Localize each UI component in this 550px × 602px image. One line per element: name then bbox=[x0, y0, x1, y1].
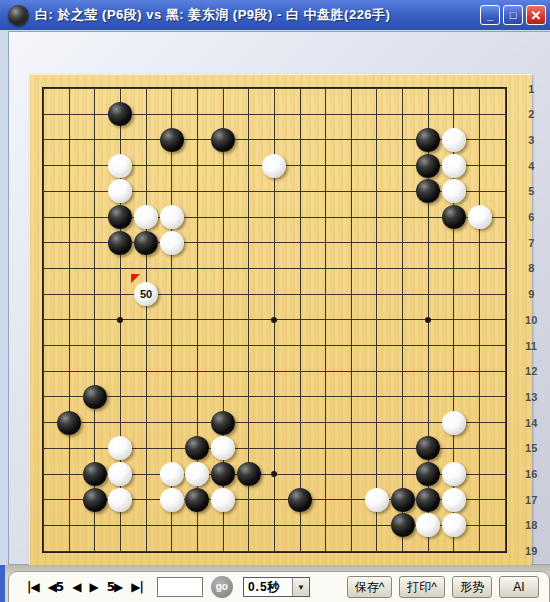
row-label-3: 3 bbox=[520, 134, 542, 146]
stone-O18[interactable] bbox=[391, 513, 415, 537]
delay-dropdown[interactable]: 0.5秒 ▼ bbox=[243, 577, 310, 597]
chevron-down-icon[interactable]: ▼ bbox=[292, 578, 309, 596]
grid-line bbox=[505, 89, 506, 552]
row-label-5: 5 bbox=[520, 185, 542, 197]
row-label-15: 15 bbox=[520, 442, 542, 454]
delay-value: 0.5秒 bbox=[244, 578, 292, 596]
row-label-12: 12 bbox=[520, 365, 542, 377]
stone-H16[interactable] bbox=[211, 462, 235, 486]
stone-Q17[interactable] bbox=[442, 488, 466, 512]
stone-H3[interactable] bbox=[211, 128, 235, 152]
row-label-13: 13 bbox=[520, 391, 542, 403]
stone-Q4[interactable] bbox=[442, 154, 466, 178]
go-board[interactable]: 50 bbox=[29, 74, 532, 578]
close-button[interactable]: ✕ bbox=[526, 5, 546, 25]
stone-F16[interactable] bbox=[160, 462, 184, 486]
row-label-18: 18 bbox=[520, 519, 542, 531]
stone-H17[interactable] bbox=[211, 488, 235, 512]
stone-I16[interactable] bbox=[237, 462, 261, 486]
row-label-14: 14 bbox=[520, 417, 542, 429]
stone-B14[interactable] bbox=[57, 411, 81, 435]
stone-E9[interactable]: 50 bbox=[134, 282, 158, 306]
command-buttons: 保存^ 打印^ 形势 AI bbox=[347, 576, 539, 598]
grid-line bbox=[44, 551, 506, 552]
stone-Q6[interactable] bbox=[442, 205, 466, 229]
stone-C13[interactable] bbox=[83, 385, 107, 409]
stone-D4[interactable] bbox=[108, 154, 132, 178]
nav-first-button[interactable]: |◀ bbox=[27, 580, 39, 594]
stone-Q16[interactable] bbox=[442, 462, 466, 486]
maximize-button[interactable]: □ bbox=[503, 5, 523, 25]
nav-back5-button[interactable]: ◀5 bbox=[48, 580, 64, 594]
stone-E7[interactable] bbox=[134, 231, 158, 255]
move-number-input[interactable] bbox=[157, 577, 203, 597]
stone-C16[interactable] bbox=[83, 462, 107, 486]
go-button[interactable]: go bbox=[211, 576, 233, 598]
board-panel: 50 ABCDEFGHIJKLMNOPQRS 12345678910111213… bbox=[8, 31, 550, 565]
row-label-16: 16 bbox=[520, 468, 542, 480]
stone-G17[interactable] bbox=[185, 488, 209, 512]
stone-K17[interactable] bbox=[288, 488, 312, 512]
row-label-17: 17 bbox=[520, 494, 542, 506]
row-label-10: 10 bbox=[520, 314, 542, 326]
stone-F17[interactable] bbox=[160, 488, 184, 512]
save-button[interactable]: 保存^ bbox=[347, 576, 393, 598]
grid-line bbox=[402, 89, 403, 552]
minimize-button[interactable]: _ bbox=[480, 5, 500, 25]
grid-line bbox=[376, 89, 377, 552]
grid-line bbox=[44, 422, 506, 423]
stone-P3[interactable] bbox=[416, 128, 440, 152]
row-label-19: 19 bbox=[520, 545, 542, 557]
ai-button[interactable]: AI bbox=[499, 576, 539, 598]
stone-D17[interactable] bbox=[108, 488, 132, 512]
stone-N17[interactable] bbox=[365, 488, 389, 512]
stone-H14[interactable] bbox=[211, 411, 235, 435]
row-label-4: 4 bbox=[520, 160, 542, 172]
stone-F6[interactable] bbox=[160, 205, 184, 229]
stone-P4[interactable] bbox=[416, 154, 440, 178]
stone-R6[interactable] bbox=[468, 205, 492, 229]
stone-D7[interactable] bbox=[108, 231, 132, 255]
row-label-7: 7 bbox=[520, 237, 542, 249]
row-label-8: 8 bbox=[520, 262, 542, 274]
nav-forward-button[interactable]: ▶ bbox=[89, 580, 97, 594]
row-label-1: 1 bbox=[520, 83, 542, 95]
stone-E6[interactable] bbox=[134, 205, 158, 229]
stone-F3[interactable] bbox=[160, 128, 184, 152]
grid-line bbox=[351, 89, 352, 552]
print-button[interactable]: 打印^ bbox=[399, 576, 445, 598]
stone-C17[interactable] bbox=[83, 488, 107, 512]
titlebar: 白: 於之莹 (P6段) vs 黑: 姜东润 (P9段) - 白 中盘胜(226… bbox=[0, 0, 550, 30]
territory-button[interactable]: 形势 bbox=[452, 576, 492, 598]
row-label-11: 11 bbox=[520, 340, 542, 352]
grid-line bbox=[44, 396, 506, 397]
toolbar: |◀ ◀5 ◀ ▶ 5▶ ▶| go 0.5秒 ▼ 保存^ 打印^ 形势 AI bbox=[8, 571, 550, 602]
grid-line bbox=[44, 371, 506, 372]
stone-P17[interactable] bbox=[416, 488, 440, 512]
row-label-2: 2 bbox=[520, 108, 542, 120]
stone-F7[interactable] bbox=[160, 231, 184, 255]
grid-line bbox=[325, 89, 326, 552]
nav-last-button[interactable]: ▶| bbox=[131, 580, 143, 594]
row-label-9: 9 bbox=[520, 288, 542, 300]
stone-O17[interactable] bbox=[391, 488, 415, 512]
grid-line bbox=[44, 345, 506, 346]
row-label-6: 6 bbox=[520, 211, 542, 223]
grid-line bbox=[479, 89, 480, 552]
app-icon bbox=[8, 5, 29, 26]
nav-forward5-button[interactable]: 5▶ bbox=[107, 580, 123, 594]
window-title: 白: 於之莹 (P6段) vs 黑: 姜东润 (P9段) - 白 中盘胜(226… bbox=[35, 6, 480, 24]
stone-Q3[interactable] bbox=[442, 128, 466, 152]
toolbar-region: |◀ ◀5 ◀ ▶ 5▶ ▶| go 0.5秒 ▼ 保存^ 打印^ 形势 AI bbox=[0, 565, 550, 602]
stone-Q14[interactable] bbox=[442, 411, 466, 435]
nav-back-button[interactable]: ◀ bbox=[72, 580, 80, 594]
window-frame-strip bbox=[0, 565, 5, 602]
move-number-label: 50 bbox=[140, 288, 152, 300]
nav-group: |◀ ◀5 ◀ ▶ 5▶ ▶| bbox=[9, 580, 143, 594]
stone-J4[interactable] bbox=[262, 154, 286, 178]
grid-line bbox=[300, 89, 301, 552]
